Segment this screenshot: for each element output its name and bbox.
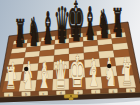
chess-set-photo: abcdefgh♜♞♝♛♚♝♞♜♟♟♟♟♟♟♟♟♟♟♟♟♟♟♟♟♜♞♝♛♚♝♞♜ [0,0,140,105]
piece-black-pawn: ♟ [57,21,66,48]
chess-board: abcdefgh♜♞♝♛♚♝♞♜♟♟♟♟♟♟♟♟♟♟♟♟♟♟♟♟♜♞♝♛♚♝♞♜ [0,0,140,105]
piece-black-pawn: ♟ [43,22,52,49]
piece-black-pawn: ♟ [72,19,81,46]
piece-white-knight: ♞ [21,59,33,97]
square-g5 [98,44,113,52]
piece-black-pawn: ♟ [100,16,109,43]
piece-white-knight: ♞ [104,56,116,94]
piece-white-queen: ♛ [53,51,68,97]
white-knight-head-accent [24,67,28,71]
piece-black-pawn: ♟ [29,24,38,51]
piece-white-rook: ♜ [121,57,133,93]
piece-white-bishop: ♝ [87,54,100,94]
piece-white-rook: ♜ [5,61,17,97]
piece-black-pawn: ♟ [15,25,24,52]
white-knight-head-accent [107,64,111,68]
piece-white-bishop: ♝ [37,56,50,96]
piece-white-king: ♚ [69,47,86,98]
piece-black-pawn: ♟ [114,15,123,42]
piece-black-pawn: ♟ [86,18,95,45]
